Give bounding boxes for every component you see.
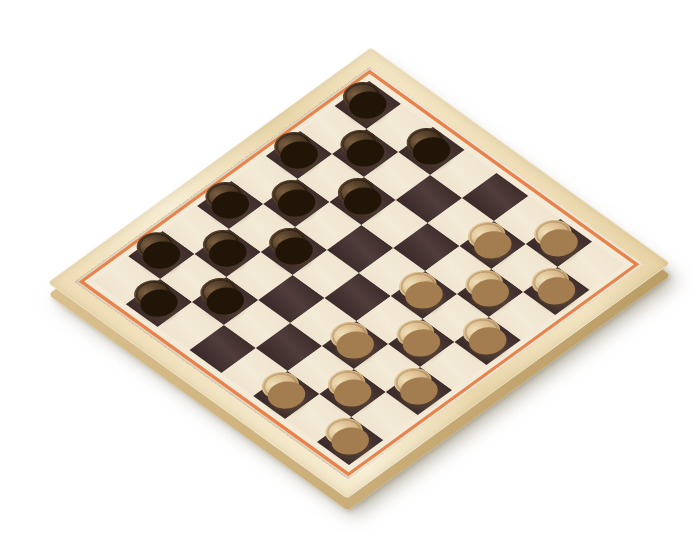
- dark-piece: [335, 76, 388, 114]
- orange-border-line: [79, 70, 640, 476]
- product-photo-scene: [0, 0, 700, 550]
- checkers-board: [48, 47, 671, 498]
- board-margin: [84, 74, 634, 472]
- wooden-frame: [48, 47, 671, 498]
- board-panel: [74, 67, 644, 480]
- board-grid: [94, 81, 624, 465]
